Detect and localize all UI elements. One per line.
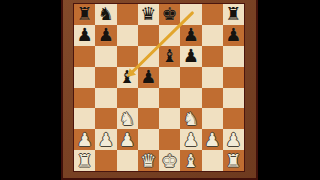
square-g5[interactable]: [202, 67, 223, 88]
square-f7[interactable]: ♟: [180, 25, 201, 46]
square-h1[interactable]: ♜: [223, 150, 244, 171]
white-pawn-g2[interactable]: ♟: [202, 129, 223, 150]
square-a5[interactable]: [74, 67, 95, 88]
square-h6[interactable]: [223, 46, 244, 67]
square-c7[interactable]: [117, 25, 138, 46]
video-frame: ♜♞♛♚♜♟♟♟♟♝♟♝♟♞♞♟♟♟♟♟♟♜♛♚♝♜: [0, 0, 320, 180]
square-b1[interactable]: [95, 150, 116, 171]
square-a3[interactable]: [74, 108, 95, 129]
square-d2[interactable]: [138, 129, 159, 150]
white-queen-d1[interactable]: ♛: [138, 150, 159, 171]
white-king-e1[interactable]: ♚: [159, 150, 180, 171]
square-b6[interactable]: [95, 46, 116, 67]
square-b8[interactable]: ♞: [95, 4, 116, 25]
square-h7[interactable]: ♟: [223, 25, 244, 46]
square-e1[interactable]: ♚: [159, 150, 180, 171]
square-b2[interactable]: ♟: [95, 129, 116, 150]
letterbox-right: [258, 0, 320, 180]
black-pawn-f6[interactable]: ♟: [180, 46, 201, 67]
square-h2[interactable]: ♟: [223, 129, 244, 150]
black-bishop-e6[interactable]: ♝: [159, 46, 180, 67]
square-d6[interactable]: [138, 46, 159, 67]
square-e4[interactable]: [159, 88, 180, 109]
square-f6[interactable]: ♟: [180, 46, 201, 67]
black-queen-d8[interactable]: ♛: [138, 4, 159, 25]
square-c1[interactable]: [117, 150, 138, 171]
chessboard[interactable]: ♜♞♛♚♜♟♟♟♟♝♟♝♟♞♞♟♟♟♟♟♟♜♛♚♝♜: [73, 3, 245, 172]
square-b3[interactable]: [95, 108, 116, 129]
square-d5[interactable]: ♟: [138, 67, 159, 88]
square-d4[interactable]: [138, 88, 159, 109]
white-knight-f3[interactable]: ♞: [180, 108, 201, 129]
square-d3[interactable]: [138, 108, 159, 129]
square-c5[interactable]: ♝: [117, 67, 138, 88]
square-g8[interactable]: [202, 4, 223, 25]
black-pawn-b7[interactable]: ♟: [95, 25, 116, 46]
black-bishop-c5[interactable]: ♝: [117, 67, 138, 88]
white-rook-h1[interactable]: ♜: [223, 150, 244, 171]
square-d1[interactable]: ♛: [138, 150, 159, 171]
white-bishop-f1[interactable]: ♝: [180, 150, 201, 171]
square-h3[interactable]: [223, 108, 244, 129]
square-c8[interactable]: [117, 4, 138, 25]
square-c6[interactable]: [117, 46, 138, 67]
square-c2[interactable]: ♟: [117, 129, 138, 150]
square-b5[interactable]: [95, 67, 116, 88]
white-pawn-c2[interactable]: ♟: [117, 129, 138, 150]
square-e3[interactable]: [159, 108, 180, 129]
square-a7[interactable]: ♟: [74, 25, 95, 46]
square-f2[interactable]: ♟: [180, 129, 201, 150]
square-a2[interactable]: ♟: [74, 129, 95, 150]
square-e8[interactable]: ♚: [159, 4, 180, 25]
square-g6[interactable]: [202, 46, 223, 67]
square-b7[interactable]: ♟: [95, 25, 116, 46]
black-pawn-h7[interactable]: ♟: [223, 25, 244, 46]
square-f4[interactable]: [180, 88, 201, 109]
square-g4[interactable]: [202, 88, 223, 109]
square-e5[interactable]: [159, 67, 180, 88]
square-e7[interactable]: [159, 25, 180, 46]
black-knight-b8[interactable]: ♞: [95, 4, 116, 25]
square-b4[interactable]: [95, 88, 116, 109]
square-a4[interactable]: [74, 88, 95, 109]
square-e6[interactable]: ♝: [159, 46, 180, 67]
square-h4[interactable]: [223, 88, 244, 109]
square-d8[interactable]: ♛: [138, 4, 159, 25]
letterbox-left: [0, 0, 61, 180]
white-pawn-f2[interactable]: ♟: [180, 129, 201, 150]
square-c4[interactable]: [117, 88, 138, 109]
white-pawn-b2[interactable]: ♟: [95, 129, 116, 150]
square-f3[interactable]: ♞: [180, 108, 201, 129]
square-a1[interactable]: ♜: [74, 150, 95, 171]
square-f5[interactable]: [180, 67, 201, 88]
square-g2[interactable]: ♟: [202, 129, 223, 150]
black-pawn-d5[interactable]: ♟: [138, 67, 159, 88]
black-king-e8[interactable]: ♚: [159, 4, 180, 25]
square-f1[interactable]: ♝: [180, 150, 201, 171]
square-h8[interactable]: ♜: [223, 4, 244, 25]
chessboard-frame: ♜♞♛♚♜♟♟♟♟♝♟♝♟♞♞♟♟♟♟♟♟♜♛♚♝♜: [61, 0, 258, 180]
square-a8[interactable]: ♜: [74, 4, 95, 25]
square-c3[interactable]: ♞: [117, 108, 138, 129]
white-rook-a1[interactable]: ♜: [74, 150, 95, 171]
white-pawn-a2[interactable]: ♟: [74, 129, 95, 150]
white-pawn-h2[interactable]: ♟: [223, 129, 244, 150]
square-g1[interactable]: [202, 150, 223, 171]
white-knight-c3[interactable]: ♞: [117, 108, 138, 129]
square-a6[interactable]: [74, 46, 95, 67]
square-d7[interactable]: [138, 25, 159, 46]
square-e2[interactable]: [159, 129, 180, 150]
square-g3[interactable]: [202, 108, 223, 129]
black-pawn-a7[interactable]: ♟: [74, 25, 95, 46]
black-pawn-f7[interactable]: ♟: [180, 25, 201, 46]
square-h5[interactable]: [223, 67, 244, 88]
black-rook-a8[interactable]: ♜: [74, 4, 95, 25]
square-f8[interactable]: [180, 4, 201, 25]
black-rook-h8[interactable]: ♜: [223, 4, 244, 25]
square-g7[interactable]: [202, 25, 223, 46]
